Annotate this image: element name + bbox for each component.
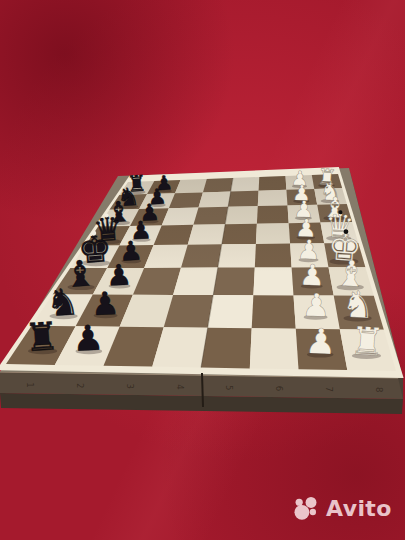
- piece-black-rook: ♜: [23, 313, 60, 360]
- avito-watermark-text: Avito: [326, 498, 392, 520]
- edge-stamp-label: 1: [25, 382, 35, 387]
- svg-text:♟: ♟: [301, 287, 331, 324]
- svg-text:♟: ♟: [90, 285, 120, 322]
- svg-text:♟: ♟: [304, 321, 337, 362]
- edge-stamp-label: 7: [324, 386, 334, 391]
- edge-stamp-label: 5: [224, 385, 234, 390]
- svg-text:♜: ♜: [23, 313, 60, 360]
- piece-white-pawn: ♟: [301, 287, 331, 324]
- svg-text:♜: ♜: [349, 318, 386, 365]
- piece-black-pawn: ♟: [90, 285, 120, 322]
- avito-logo-icon: [294, 497, 321, 520]
- piece-white-pawn: ♟: [304, 321, 337, 362]
- chessboard-scene: 12345678♜♟♟♜♞♟♟♞♝♟♟♝♛♟♟♛♚♟♟♚♝♟♟♝♞♟♟♞♜♟♟♜: [0, 0, 405, 540]
- piece-black-pawn: ♟: [72, 317, 105, 358]
- edge-stamp-label: 6: [274, 386, 284, 391]
- frame-fold-seam: [202, 373, 203, 407]
- edge-stamp-label: 4: [175, 384, 185, 389]
- avito-watermark: Avito: [294, 497, 392, 520]
- edge-stamp-label: 2: [75, 383, 85, 388]
- edge-stamp-label: 8: [374, 387, 384, 392]
- edge-stamp-label: 3: [125, 384, 135, 389]
- piece-white-rook: ♜: [349, 318, 386, 365]
- photo-background: 12345678♜♟♟♜♞♟♟♞♝♟♟♝♛♟♟♛♚♟♟♚♝♟♟♝♞♟♟♞♜♟♟♜…: [0, 0, 405, 540]
- svg-text:♟: ♟: [72, 317, 105, 358]
